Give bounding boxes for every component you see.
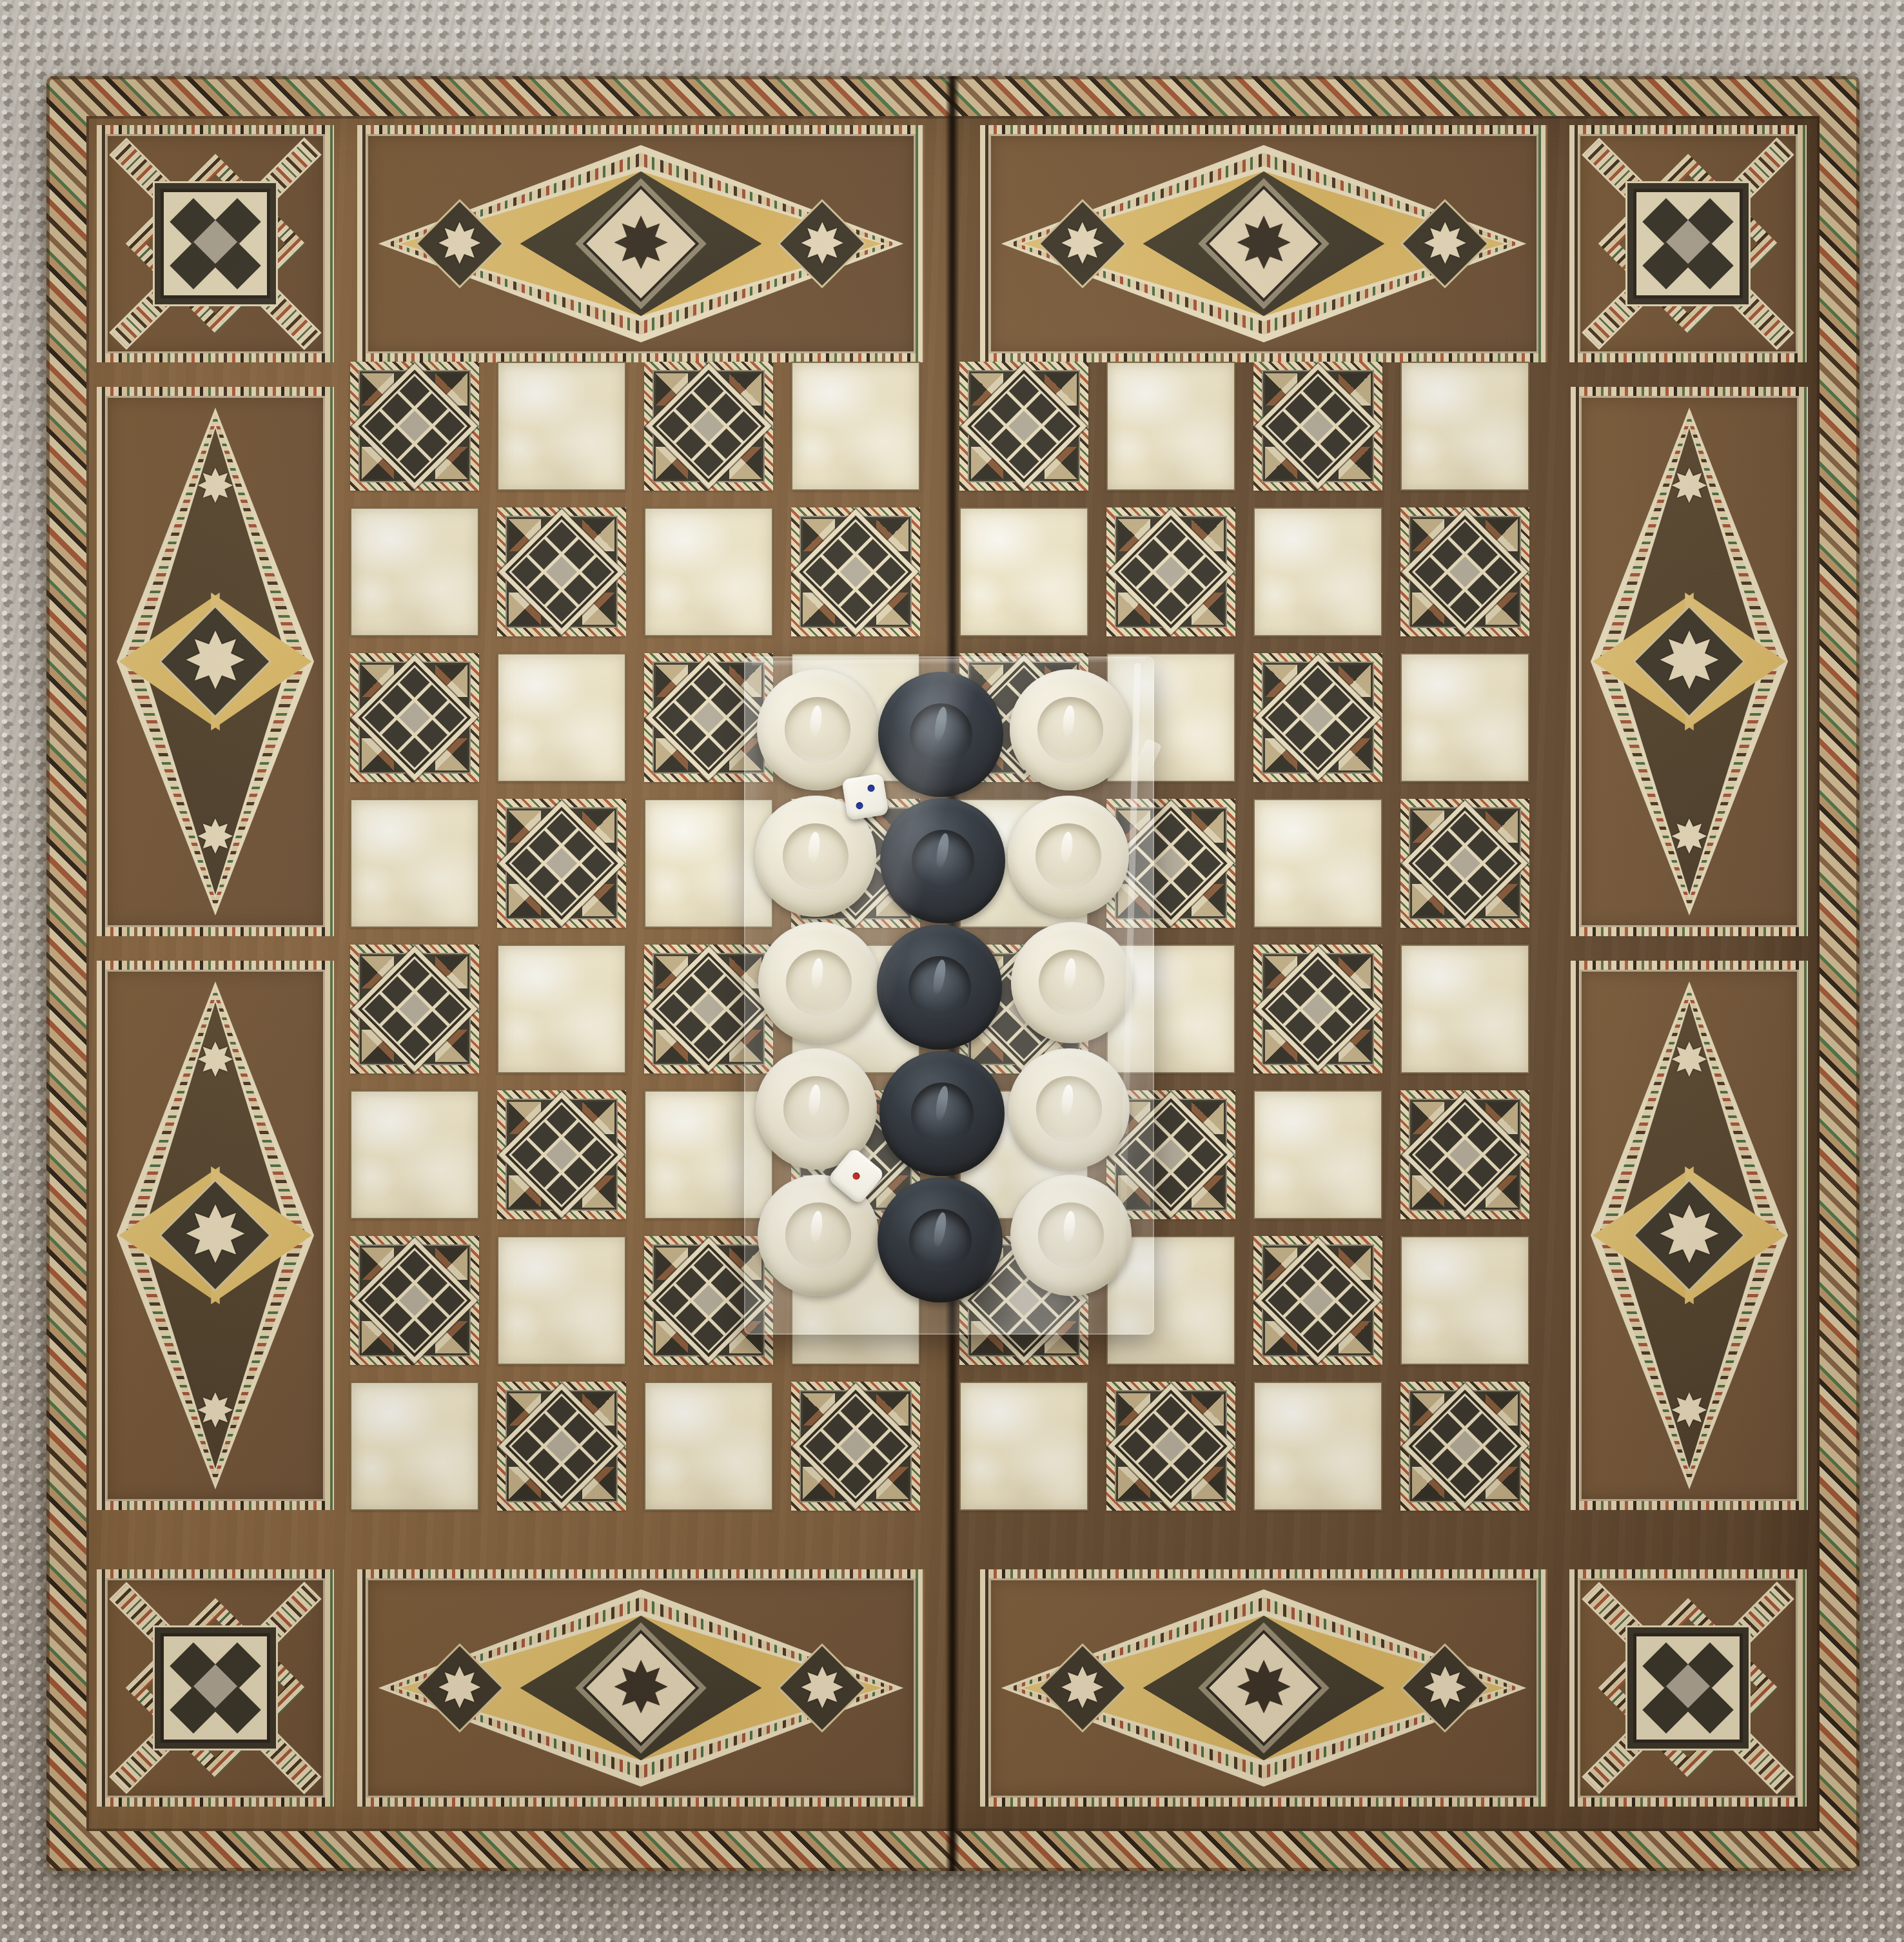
checker-white[interactable] (758, 922, 879, 1043)
square-a7[interactable] (350, 507, 479, 636)
star-medallion-icon: ✸ (611, 208, 671, 279)
square-b2[interactable] (497, 1236, 626, 1365)
die-pip-icon (851, 1171, 861, 1181)
square-h2[interactable] (1400, 1236, 1529, 1365)
square-h7[interactable] (1400, 507, 1529, 636)
square-h1[interactable] (1400, 1382, 1529, 1511)
square-c1[interactable] (644, 1382, 773, 1511)
square-e8[interactable] (959, 362, 1088, 491)
checker-black[interactable] (878, 1177, 1003, 1302)
square-g2[interactable] (1253, 1236, 1382, 1365)
square-b7[interactable] (497, 507, 626, 636)
square-d8[interactable] (791, 362, 920, 491)
square-c7[interactable] (644, 507, 773, 636)
star-medallion-icon: ✸ (799, 216, 845, 271)
piece-pack[interactable] (749, 662, 1149, 1329)
checker-white[interactable] (1008, 796, 1129, 917)
square-f7[interactable] (1106, 507, 1235, 636)
square-g8[interactable] (1253, 362, 1382, 491)
corner-panel-bottom-right (1569, 1569, 1807, 1807)
checker-black[interactable] (880, 798, 1005, 923)
photo-scene: ✸ ✸ ✸ ✸ ✸ ✸ ✸ ✸ ✸ ✸ ✸ (0, 0, 1904, 1942)
corner-panel-top-right (1569, 125, 1807, 362)
square-a5[interactable] (350, 799, 479, 928)
square-b6[interactable] (497, 653, 626, 782)
checker-white[interactable] (1008, 1048, 1130, 1170)
square-c8[interactable] (644, 362, 773, 491)
checker-white[interactable] (757, 669, 878, 790)
square-e1[interactable] (959, 1382, 1088, 1511)
square-d7[interactable] (791, 507, 920, 636)
checker-black[interactable] (879, 1051, 1005, 1176)
square-g4[interactable] (1253, 945, 1382, 1074)
square-d1[interactable] (791, 1382, 920, 1511)
square-a1[interactable] (350, 1382, 479, 1511)
square-g1[interactable] (1253, 1382, 1382, 1511)
checker-medallion-icon (161, 189, 270, 299)
diamond-panel-top-right: ✸ ✸ ✸ (980, 125, 1547, 362)
square-a4[interactable] (350, 945, 479, 1074)
board-face: ✸ ✸ ✸ ✸ ✸ ✸ ✸ ✸ ✸ ✸ ✸ (86, 116, 1820, 1831)
square-h8[interactable] (1400, 362, 1529, 491)
square-b8[interactable] (497, 362, 626, 491)
checker-white[interactable] (1011, 922, 1132, 1043)
checker-black[interactable] (878, 672, 1003, 797)
checker-white[interactable] (1010, 1175, 1132, 1296)
diamond-panel-right-lower: ✸ ✸ ✸ (1571, 961, 1808, 1510)
die-pip-icon (867, 784, 875, 792)
diamond-panel-bottom-left: ✸ ✸ ✸ (357, 1569, 925, 1807)
diamond-panel-left-upper: ✸ ✸ ✸ (97, 387, 334, 936)
diamond-panel-top-left: ✸ ✸ ✸ (357, 125, 925, 362)
star-medallion-icon: ✸ (437, 216, 483, 271)
square-g7[interactable] (1253, 507, 1382, 636)
diamond-panel-right-upper: ✸ ✸ ✸ (1571, 387, 1808, 936)
square-h6[interactable] (1400, 653, 1529, 782)
square-h4[interactable] (1400, 945, 1529, 1074)
square-b1[interactable] (497, 1382, 626, 1511)
square-f1[interactable] (1106, 1382, 1235, 1511)
corner-panel-bottom-left (97, 1569, 334, 1807)
square-g3[interactable] (1253, 1090, 1382, 1219)
corner-panel-top-left (97, 125, 334, 362)
square-a8[interactable] (350, 362, 479, 491)
square-h3[interactable] (1400, 1090, 1529, 1219)
square-b4[interactable] (497, 945, 626, 1074)
square-a3[interactable] (350, 1090, 479, 1219)
checker-black[interactable] (877, 925, 1002, 1050)
square-h5[interactable] (1400, 799, 1529, 928)
diamond-panel-left-lower: ✸ ✸ ✸ (97, 961, 334, 1510)
checker-white[interactable] (1010, 669, 1131, 790)
die-pip-icon (856, 801, 863, 809)
diamond-panel-bottom-right: ✸ ✸ ✸ (980, 1569, 1547, 1807)
square-g5[interactable] (1253, 799, 1382, 928)
square-g6[interactable] (1253, 653, 1382, 782)
die-blue-2[interactable] (841, 773, 888, 820)
square-b3[interactable] (497, 1090, 626, 1219)
square-b5[interactable] (497, 799, 626, 928)
square-a2[interactable] (350, 1236, 479, 1365)
games-board: ✸ ✸ ✸ ✸ ✸ ✸ ✸ ✸ ✸ ✸ ✸ (46, 76, 1860, 1871)
square-a6[interactable] (350, 653, 479, 782)
square-e7[interactable] (959, 507, 1088, 636)
square-f8[interactable] (1106, 362, 1235, 491)
